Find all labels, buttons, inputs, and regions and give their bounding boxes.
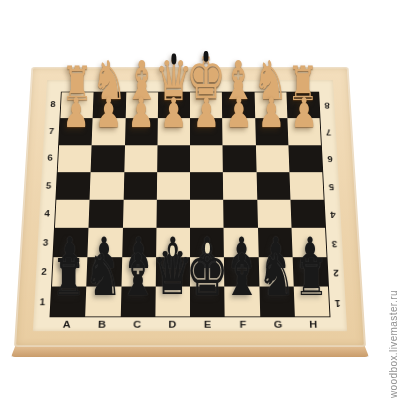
white-pawn-g7[interactable]: ♟ xyxy=(258,93,285,134)
white-pawn-c7[interactable]: ♟ xyxy=(128,93,155,134)
black-knight-g1[interactable]: ♞ xyxy=(258,247,296,305)
rank-label: 2 xyxy=(35,257,52,287)
square-a4[interactable] xyxy=(55,200,90,228)
board-scene: 87654321 87654321 ABCDEFGH ♜♞♝♛♚♝♞♜♟♟♟♟♟… xyxy=(0,0,400,400)
square-e6[interactable] xyxy=(190,145,223,172)
square-c6[interactable] xyxy=(124,145,157,172)
square-h4[interactable] xyxy=(290,200,325,228)
rank-label-rotated: 4 xyxy=(325,200,342,228)
rank-label: 1 xyxy=(34,287,51,317)
file-labels-bottom: ABCDEFGH xyxy=(49,317,331,331)
rank-label: 5 xyxy=(40,172,57,200)
square-h6[interactable] xyxy=(288,145,322,172)
square-d4[interactable] xyxy=(156,200,190,228)
square-d5[interactable] xyxy=(157,172,190,200)
black-bishop-f1[interactable]: ♝ xyxy=(223,247,261,305)
square-g5[interactable] xyxy=(256,172,290,200)
white-pawn-a7[interactable]: ♟ xyxy=(62,93,89,134)
watermark-text: woodbox.livemaster.ru xyxy=(388,248,399,398)
rank-label-rotated: 7 xyxy=(320,118,336,145)
square-b6[interactable] xyxy=(91,145,125,172)
square-g4[interactable] xyxy=(257,200,291,228)
square-d6[interactable] xyxy=(157,145,190,172)
square-b5[interactable] xyxy=(90,172,124,200)
white-pawn-b7[interactable]: ♟ xyxy=(95,93,122,134)
square-f4[interactable] xyxy=(223,200,257,228)
finial-tip xyxy=(171,54,176,65)
board-side-edge xyxy=(11,346,369,357)
rank-label: 6 xyxy=(42,145,58,172)
rank-label: 7 xyxy=(43,118,59,145)
rank-label-rotated: 2 xyxy=(327,257,344,287)
rank-label-rotated: 1 xyxy=(329,287,346,317)
file-label: G xyxy=(260,317,296,331)
file-label: C xyxy=(119,317,154,331)
square-g6[interactable] xyxy=(255,145,289,172)
white-pawn-d7[interactable]: ♟ xyxy=(160,93,187,134)
rank-label-rotated: 8 xyxy=(319,92,335,118)
square-c4[interactable] xyxy=(122,200,156,228)
square-f5[interactable] xyxy=(223,172,257,200)
file-label: A xyxy=(49,317,85,331)
file-label: H xyxy=(295,317,331,331)
finial-tip xyxy=(170,245,175,256)
square-f6[interactable] xyxy=(223,145,256,172)
finial-tip xyxy=(204,51,209,62)
file-label: D xyxy=(155,317,190,331)
square-b4[interactable] xyxy=(89,200,123,228)
square-a6[interactable] xyxy=(58,145,92,172)
black-rook-h1[interactable]: ♜ xyxy=(295,254,329,305)
rank-label-rotated: 6 xyxy=(322,145,338,172)
rank-label-rotated: 5 xyxy=(323,172,340,200)
rank-label: 8 xyxy=(45,92,61,118)
white-pawn-e7[interactable]: ♟ xyxy=(193,93,220,134)
square-e5[interactable] xyxy=(190,172,223,200)
rank-label-rotated: 3 xyxy=(326,228,343,257)
finial-tip xyxy=(205,243,210,254)
black-rook-a1[interactable]: ♜ xyxy=(52,254,86,305)
rank-label: 4 xyxy=(39,200,56,228)
square-e4[interactable] xyxy=(190,200,224,228)
white-pawn-h7[interactable]: ♟ xyxy=(290,93,317,134)
square-h5[interactable] xyxy=(289,172,323,200)
square-a5[interactable] xyxy=(56,172,90,200)
file-label: E xyxy=(190,317,225,331)
white-pawn-f7[interactable]: ♟ xyxy=(225,93,252,134)
square-c5[interactable] xyxy=(123,172,157,200)
black-knight-b1[interactable]: ♞ xyxy=(84,247,122,305)
file-label: B xyxy=(84,317,120,331)
file-label: F xyxy=(225,317,260,331)
